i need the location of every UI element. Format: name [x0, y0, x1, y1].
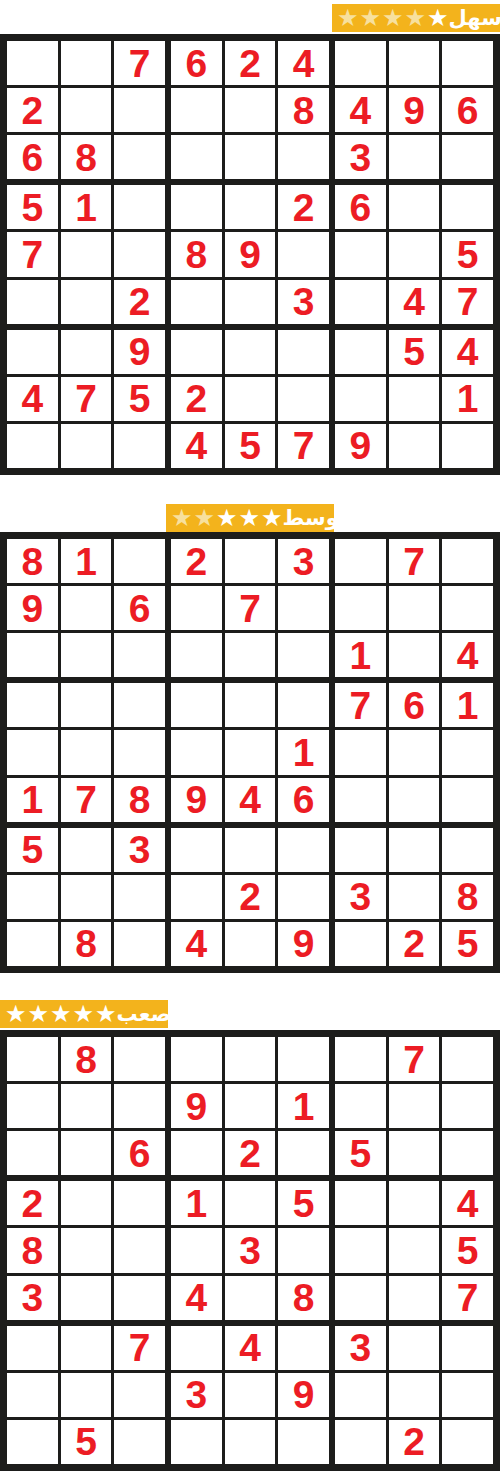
cell-r8c4[interactable] — [171, 875, 222, 919]
cell-r1c1[interactable] — [7, 1037, 58, 1081]
cell-r8c2[interactable] — [61, 875, 112, 919]
sudoku-box: 761 — [335, 683, 493, 821]
cell-r6c4: 4 — [171, 1276, 222, 1320]
cell-r3c2[interactable] — [61, 633, 112, 677]
cell-r8c6[interactable] — [278, 875, 329, 919]
cell-r2c6: 1 — [278, 1084, 329, 1128]
cell-r4c3[interactable] — [114, 683, 165, 727]
cell-r7c6[interactable] — [278, 330, 329, 374]
cell-r8c8[interactable] — [389, 377, 440, 421]
cell-r2c4: 9 — [171, 1084, 222, 1128]
cell-r4c6[interactable] — [278, 683, 329, 727]
cell-r8c8[interactable] — [389, 875, 440, 919]
cell-r4c4[interactable] — [171, 683, 222, 727]
cell-r2c3[interactable] — [114, 1084, 165, 1128]
cell-r7c5[interactable] — [225, 330, 276, 374]
cell-r1c6: 4 — [278, 41, 329, 85]
cell-r5c3[interactable] — [114, 730, 165, 774]
cell-r8c3[interactable] — [114, 875, 165, 919]
cell-r1c9[interactable] — [442, 41, 493, 85]
cell-r5c5[interactable] — [225, 730, 276, 774]
star-rating-easy: ★★★★★ — [337, 6, 449, 30]
cell-r6c1[interactable] — [7, 280, 58, 324]
cell-r3c3: 6 — [114, 1131, 165, 1175]
cell-r4c9[interactable] — [442, 185, 493, 229]
cell-r3c8[interactable] — [389, 135, 440, 179]
cell-r9c9[interactable] — [442, 424, 493, 468]
cell-r1c2: 8 — [61, 1037, 112, 1081]
cell-r7c4[interactable] — [171, 828, 222, 872]
cell-r5c8[interactable] — [389, 730, 440, 774]
cell-r4c8: 6 — [389, 683, 440, 727]
cell-r3c6[interactable] — [278, 135, 329, 179]
cell-r8c9: 8 — [442, 875, 493, 919]
puzzle-section-hard: ★★★★★ صعب 8691275283153484577543932 — [0, 1000, 500, 1471]
cell-r5c5: 9 — [225, 232, 276, 276]
cell-r2c2[interactable] — [61, 1084, 112, 1128]
cell-r8c1: 4 — [7, 377, 58, 421]
sudoku-box: 714 — [335, 539, 493, 677]
cell-r7c7[interactable] — [335, 828, 386, 872]
sudoku-box: 6547 — [335, 185, 493, 323]
cell-r2c7[interactable] — [335, 1084, 386, 1128]
cell-r3c4[interactable] — [171, 135, 222, 179]
cell-r7c4[interactable] — [171, 1326, 222, 1370]
cell-r7c8[interactable] — [389, 828, 440, 872]
cell-r3c5: 2 — [225, 1131, 276, 1175]
cell-r3c2: 8 — [61, 135, 112, 179]
sudoku-box: 4963 — [335, 41, 493, 179]
star-filled-icon: ★ — [50, 1002, 72, 1026]
cell-r5c7[interactable] — [335, 232, 386, 276]
difficulty-banner-hard: ★★★★★ صعب — [0, 1000, 168, 1028]
sudoku-box: 32 — [335, 1326, 493, 1464]
cell-r3c4[interactable] — [171, 633, 222, 677]
difficulty-label-hard: صعب — [117, 1004, 171, 1025]
cell-r9c7[interactable] — [335, 922, 386, 966]
cell-r1c9[interactable] — [442, 539, 493, 583]
cell-r3c2[interactable] — [61, 1131, 112, 1175]
cell-r1c3[interactable] — [114, 539, 165, 583]
cell-r7c7: 3 — [335, 1326, 386, 1370]
cell-r2c4[interactable] — [171, 586, 222, 630]
sudoku-box: 2893 — [171, 185, 329, 323]
cell-r3c3[interactable] — [114, 135, 165, 179]
sudoku-box: 75 — [335, 1037, 493, 1175]
cell-r9c6[interactable] — [278, 1420, 329, 1464]
star-filled-icon: ★ — [261, 506, 283, 530]
cell-r8c5[interactable] — [225, 377, 276, 421]
cell-r9c5[interactable] — [225, 922, 276, 966]
cell-r7c6[interactable] — [278, 1326, 329, 1370]
cell-r6c3[interactable] — [114, 1276, 165, 1320]
cell-r3c6[interactable] — [278, 633, 329, 677]
cell-r7c9: 4 — [442, 330, 493, 374]
cell-r8c8[interactable] — [389, 1373, 440, 1417]
sudoku-box: 15348 — [171, 1181, 329, 1319]
cell-r6c8[interactable] — [389, 1276, 440, 1320]
sudoku-box: 283 — [7, 1181, 165, 1319]
cell-r1c7[interactable] — [335, 1037, 386, 1081]
cell-r9c3[interactable] — [114, 922, 165, 966]
cell-r2c6: 8 — [278, 88, 329, 132]
cell-r2c1[interactable] — [7, 1084, 58, 1128]
cell-r7c3: 7 — [114, 1326, 165, 1370]
star-empty-icon: ★ — [194, 506, 216, 530]
cell-r8c7: 3 — [335, 875, 386, 919]
cell-r5c2[interactable] — [61, 730, 112, 774]
cell-r5c4[interactable] — [171, 1228, 222, 1272]
cell-r1c6: 3 — [278, 539, 329, 583]
cell-r1c4[interactable] — [171, 1037, 222, 1081]
cell-r3c7: 5 — [335, 1131, 386, 1175]
cell-r8c4: 3 — [171, 1373, 222, 1417]
cell-r3c1[interactable] — [7, 1131, 58, 1175]
cell-r6c8[interactable] — [389, 778, 440, 822]
cell-r6c2[interactable] — [61, 1276, 112, 1320]
sudoku-box: 7268 — [7, 41, 165, 179]
cell-r7c9[interactable] — [442, 828, 493, 872]
cell-r7c2[interactable] — [61, 1326, 112, 1370]
cell-r6c5: 4 — [225, 778, 276, 822]
puzzle-section-medium: ★★★★★ وسط 819623771417819467615382493825 — [0, 504, 500, 973]
cell-r5c9[interactable] — [442, 730, 493, 774]
cell-r5c2[interactable] — [61, 232, 112, 276]
sudoku-grid-medium: 819623771417819467615382493825 — [0, 532, 500, 973]
cell-r2c3[interactable] — [114, 88, 165, 132]
cell-r9c5[interactable] — [225, 1420, 276, 1464]
cell-r6c5[interactable] — [225, 280, 276, 324]
cell-r4c3[interactable] — [114, 185, 165, 229]
cell-r6c6: 6 — [278, 778, 329, 822]
cell-r3c7: 1 — [335, 633, 386, 677]
cell-r4c9: 1 — [442, 683, 493, 727]
cell-r8c9: 1 — [442, 377, 493, 421]
star-filled-icon: ★ — [427, 6, 449, 30]
difficulty-banner-easy: ★★★★★ سهل — [332, 4, 500, 32]
cell-r9c9[interactable] — [442, 1420, 493, 1464]
cell-r2c2[interactable] — [61, 586, 112, 630]
cell-r4c6: 5 — [278, 1181, 329, 1225]
cell-r1c2: 1 — [61, 539, 112, 583]
cell-r3c4[interactable] — [171, 1131, 222, 1175]
cell-r7c9[interactable] — [442, 1326, 493, 1370]
sudoku-grid-easy: 726862484963517228936547947524575419 — [0, 34, 500, 475]
cell-r4c3[interactable] — [114, 1181, 165, 1225]
cell-r3c5[interactable] — [225, 135, 276, 179]
cell-r1c2[interactable] — [61, 41, 112, 85]
cell-r4c2: 1 — [61, 185, 112, 229]
cell-r4c5[interactable] — [225, 683, 276, 727]
banner-row-easy: ★★★★★ سهل — [0, 4, 500, 32]
cell-r6c4[interactable] — [171, 280, 222, 324]
cell-r9c7: 9 — [335, 424, 386, 468]
cell-r6c3: 8 — [114, 778, 165, 822]
cell-r8c3[interactable] — [114, 1373, 165, 1417]
cell-r2c9: 6 — [442, 88, 493, 132]
star-filled-icon: ★ — [5, 1002, 27, 1026]
cell-r7c7[interactable] — [335, 330, 386, 374]
sudoku-box: 9475 — [7, 330, 165, 468]
cell-r2c8[interactable] — [389, 1084, 440, 1128]
cell-r5c1[interactable] — [7, 730, 58, 774]
cell-r4c1: 2 — [7, 1181, 58, 1225]
cell-r5c9: 5 — [442, 232, 493, 276]
star-empty-icon: ★ — [382, 6, 404, 30]
cell-r7c2[interactable] — [61, 330, 112, 374]
difficulty-label-easy: سهل — [449, 8, 500, 29]
sudoku-box: 5419 — [335, 330, 493, 468]
cell-r4c5[interactable] — [225, 185, 276, 229]
sudoku-box: 75 — [7, 1326, 165, 1464]
cell-r5c6[interactable] — [278, 1228, 329, 1272]
cell-r5c2[interactable] — [61, 1228, 112, 1272]
cell-r2c1: 2 — [7, 88, 58, 132]
cell-r2c9[interactable] — [442, 1084, 493, 1128]
cell-r7c8: 5 — [389, 330, 440, 374]
cell-r3c9[interactable] — [442, 1131, 493, 1175]
cell-r6c3: 2 — [114, 280, 165, 324]
sudoku-box: 2457 — [171, 330, 329, 468]
cell-r2c5: 7 — [225, 586, 276, 630]
cell-r7c3: 9 — [114, 330, 165, 374]
cell-r7c1: 5 — [7, 828, 58, 872]
cell-r8c6[interactable] — [278, 377, 329, 421]
cell-r1c7[interactable] — [335, 41, 386, 85]
cell-r8c4: 2 — [171, 377, 222, 421]
cell-r6c5[interactable] — [225, 1276, 276, 1320]
cell-r2c6[interactable] — [278, 586, 329, 630]
cell-r9c1[interactable] — [7, 922, 58, 966]
cell-r6c6: 3 — [278, 280, 329, 324]
cell-r5c4: 8 — [171, 232, 222, 276]
cell-r4c4: 1 — [171, 1181, 222, 1225]
cell-r5c1: 8 — [7, 1228, 58, 1272]
cell-r7c5[interactable] — [225, 828, 276, 872]
cell-r8c6: 9 — [278, 1373, 329, 1417]
cell-r6c2[interactable] — [61, 280, 112, 324]
cell-r2c8[interactable] — [389, 586, 440, 630]
cell-r1c7[interactable] — [335, 539, 386, 583]
cell-r5c1: 7 — [7, 232, 58, 276]
cell-r7c8[interactable] — [389, 1326, 440, 1370]
cell-r2c5[interactable] — [225, 88, 276, 132]
cell-r5c4[interactable] — [171, 730, 222, 774]
cell-r1c1[interactable] — [7, 41, 58, 85]
cell-r9c3[interactable] — [114, 1420, 165, 1464]
cell-r5c7[interactable] — [335, 1228, 386, 1272]
sudoku-grid-hard: 8691275283153484577543932 — [0, 1030, 500, 1471]
cell-r1c3: 7 — [114, 41, 165, 85]
cell-r4c8[interactable] — [389, 185, 440, 229]
sudoku-box: 1946 — [171, 683, 329, 821]
cell-r4c7[interactable] — [335, 1181, 386, 1225]
cell-r1c5[interactable] — [225, 539, 276, 583]
cell-r9c2[interactable] — [61, 424, 112, 468]
cell-r5c6: 1 — [278, 730, 329, 774]
sudoku-box: 237 — [171, 539, 329, 677]
star-empty-icon: ★ — [405, 6, 427, 30]
cell-r9c6: 7 — [278, 424, 329, 468]
cell-r1c8: 7 — [389, 1037, 440, 1081]
difficulty-banner-medium: ★★★★★ وسط — [166, 504, 334, 532]
cell-r3c3[interactable] — [114, 633, 165, 677]
cell-r6c7[interactable] — [335, 1276, 386, 1320]
cell-r9c8: 2 — [389, 922, 440, 966]
cell-r6c1: 3 — [7, 1276, 58, 1320]
cell-r5c3[interactable] — [114, 1228, 165, 1272]
cell-r5c5: 3 — [225, 1228, 276, 1272]
sudoku-box: 439 — [171, 1326, 329, 1464]
cell-r9c2: 5 — [61, 1420, 112, 1464]
cell-r5c8[interactable] — [389, 232, 440, 276]
cell-r1c5[interactable] — [225, 1037, 276, 1081]
cell-r9c9: 5 — [442, 922, 493, 966]
cell-r3c5[interactable] — [225, 633, 276, 677]
star-empty-icon: ★ — [171, 506, 193, 530]
cell-r8c5: 2 — [225, 875, 276, 919]
cell-r2c4[interactable] — [171, 88, 222, 132]
cell-r9c4: 4 — [171, 922, 222, 966]
star-filled-icon: ★ — [28, 1002, 50, 1026]
cell-r8c2: 7 — [61, 377, 112, 421]
cell-r9c8: 2 — [389, 1420, 440, 1464]
cell-r7c3: 3 — [114, 828, 165, 872]
star-filled-icon: ★ — [95, 1002, 117, 1026]
cell-r9c8[interactable] — [389, 424, 440, 468]
cell-r1c4: 6 — [171, 41, 222, 85]
cell-r5c9: 5 — [442, 1228, 493, 1272]
star-filled-icon: ★ — [216, 506, 238, 530]
cell-r8c9[interactable] — [442, 1373, 493, 1417]
cell-r5c8[interactable] — [389, 1228, 440, 1272]
cell-r7c4[interactable] — [171, 330, 222, 374]
cell-r6c4: 9 — [171, 778, 222, 822]
cell-r5c7[interactable] — [335, 730, 386, 774]
cell-r9c4: 4 — [171, 424, 222, 468]
cell-r6c9: 7 — [442, 280, 493, 324]
cell-r9c2: 8 — [61, 922, 112, 966]
cell-r2c5[interactable] — [225, 1084, 276, 1128]
sudoku-box: 912 — [171, 1037, 329, 1175]
cell-r2c9[interactable] — [442, 586, 493, 630]
sudoku-box: 249 — [171, 828, 329, 966]
sudoku-box: 457 — [335, 1181, 493, 1319]
sudoku-box: 538 — [7, 828, 165, 966]
star-empty-icon: ★ — [360, 6, 382, 30]
cell-r9c3[interactable] — [114, 424, 165, 468]
cell-r7c1[interactable] — [7, 330, 58, 374]
cell-r9c1[interactable] — [7, 1420, 58, 1464]
cell-r3c7: 3 — [335, 135, 386, 179]
cell-r7c6[interactable] — [278, 828, 329, 872]
cell-r7c1[interactable] — [7, 1326, 58, 1370]
star-filled-icon: ★ — [239, 506, 261, 530]
cell-r1c1: 8 — [7, 539, 58, 583]
cell-r6c7[interactable] — [335, 778, 386, 822]
cell-r4c1[interactable] — [7, 683, 58, 727]
cell-r4c8[interactable] — [389, 1181, 440, 1225]
cell-r2c3: 6 — [114, 586, 165, 630]
banner-row-hard: ★★★★★ صعب — [0, 1000, 500, 1028]
cell-r6c7[interactable] — [335, 280, 386, 324]
star-empty-icon: ★ — [337, 6, 359, 30]
cell-r1c3[interactable] — [114, 1037, 165, 1081]
cell-r4c1: 5 — [7, 185, 58, 229]
cell-r8c7[interactable] — [335, 1373, 386, 1417]
cell-r6c1: 1 — [7, 778, 58, 822]
cell-r9c5: 5 — [225, 424, 276, 468]
cell-r8c5[interactable] — [225, 1373, 276, 1417]
cell-r4c2[interactable] — [61, 683, 112, 727]
cell-r2c7[interactable] — [335, 586, 386, 630]
cell-r4c7: 7 — [335, 683, 386, 727]
star-rating-hard: ★★★★★ — [5, 1002, 117, 1026]
cell-r2c2[interactable] — [61, 88, 112, 132]
cell-r1c4: 2 — [171, 539, 222, 583]
cell-r3c8[interactable] — [389, 633, 440, 677]
cell-r4c9: 4 — [442, 1181, 493, 1225]
cell-r1c8[interactable] — [389, 41, 440, 85]
cell-r6c2: 7 — [61, 778, 112, 822]
banner-row-medium: ★★★★★ وسط — [0, 504, 500, 532]
cell-r8c1[interactable] — [7, 875, 58, 919]
cell-r3c1: 6 — [7, 135, 58, 179]
cell-r7c2[interactable] — [61, 828, 112, 872]
cell-r9c4[interactable] — [171, 1420, 222, 1464]
cell-r9c1[interactable] — [7, 424, 58, 468]
cell-r8c2[interactable] — [61, 1373, 112, 1417]
cell-r3c8[interactable] — [389, 1131, 440, 1175]
star-rating-medium: ★★★★★ — [171, 506, 283, 530]
star-filled-icon: ★ — [73, 1002, 95, 1026]
sudoku-box: 86 — [7, 1037, 165, 1175]
cell-r2c8: 9 — [389, 88, 440, 132]
cell-r3c1[interactable] — [7, 633, 58, 677]
cell-r6c9: 7 — [442, 1276, 493, 1320]
cell-r4c4[interactable] — [171, 185, 222, 229]
cell-r7c5: 4 — [225, 1326, 276, 1370]
cell-r8c7[interactable] — [335, 377, 386, 421]
cell-r4c5[interactable] — [225, 1181, 276, 1225]
sudoku-box: 178 — [7, 683, 165, 821]
sudoku-box: 5172 — [7, 185, 165, 323]
cell-r8c1[interactable] — [7, 1373, 58, 1417]
cell-r4c2[interactable] — [61, 1181, 112, 1225]
cell-r9c7[interactable] — [335, 1420, 386, 1464]
cell-r3c6[interactable] — [278, 1131, 329, 1175]
cell-r1c8: 7 — [389, 539, 440, 583]
cell-r6c8: 4 — [389, 280, 440, 324]
cell-r3c9[interactable] — [442, 135, 493, 179]
cell-r8c3: 5 — [114, 377, 165, 421]
sudoku-box: 8196 — [7, 539, 165, 677]
cell-r6c9[interactable] — [442, 778, 493, 822]
difficulty-label-medium: وسط — [283, 508, 339, 529]
cell-r1c6[interactable] — [278, 1037, 329, 1081]
cell-r4c6: 2 — [278, 185, 329, 229]
cell-r4c7: 6 — [335, 185, 386, 229]
cell-r1c5: 2 — [225, 41, 276, 85]
sudoku-box: 6248 — [171, 41, 329, 179]
cell-r2c1: 9 — [7, 586, 58, 630]
cell-r1c9[interactable] — [442, 1037, 493, 1081]
cell-r5c3[interactable] — [114, 232, 165, 276]
puzzle-section-easy: ★★★★★ سهل 726862484963517228936547947524… — [0, 4, 500, 475]
cell-r5c6[interactable] — [278, 232, 329, 276]
cell-r6c6: 8 — [278, 1276, 329, 1320]
sudoku-box: 3825 — [335, 828, 493, 966]
